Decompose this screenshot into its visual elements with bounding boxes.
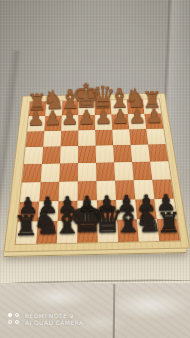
quad-camera-icon [8,313,21,326]
board-square [59,163,78,181]
board-square [96,162,115,180]
white-pawn-piece: ♟ [94,107,112,127]
white-pawn-piece: ♟ [27,108,45,128]
chess-board: ♜♞♝♚♛♝♞♜♟♟♟♟♟♟♟♟♟♟♟♟♟♟♟♟♜♞♝♚♛♝♞♜ [3,93,190,252]
board-square: ♜ [157,219,180,241]
board-square: ♟ [144,113,163,128]
white-pawn-piece: ♟ [128,106,146,126]
camera-watermark: REDMI NOTE 9 AI QUAD CAMERA [8,312,83,326]
board-square: ♟ [27,116,45,131]
camera-dot-icon [15,320,19,324]
board-square [129,129,148,145]
watermark-line1: REDMI NOTE 9 [25,312,83,319]
board-square [43,131,61,147]
white-pawn-piece: ♟ [111,107,129,127]
chess-board-wrap: ♜♞♝♚♛♝♞♜♟♟♟♟♟♟♟♟♟♟♟♟♟♟♟♟♜♞♝♚♛♝♞♜ [12,60,178,263]
camera-dot-icon [15,313,19,317]
board-square: ♟ [44,115,62,130]
board-square [22,164,42,182]
black-rook-piece: ♜ [156,208,182,237]
board-square [148,144,168,161]
white-pawn-piece: ♟ [61,108,79,128]
tile-floor [0,283,190,338]
board-square: ♟ [95,114,112,129]
white-pawn-piece: ♟ [145,106,163,126]
white-pawn-piece: ♟ [78,107,96,127]
board-square [150,161,171,179]
board-square [78,163,97,181]
board-square: ♟ [78,115,95,130]
board-square [24,147,43,164]
white-pawn-piece: ♟ [44,108,62,128]
board-square [42,147,61,164]
watermark-line2: AI QUAD CAMERA [25,319,83,326]
board-square [113,145,132,162]
board-square [26,131,45,147]
board-square [78,146,96,163]
board-grid: ♜♞♝♚♛♝♞♜♟♟♟♟♟♟♟♟♟♟♟♟♟♟♟♟♜♞♝♚♛♝♞♜ [14,98,181,245]
board-square [78,130,95,146]
board-square [114,162,134,180]
camera-dot-icon [8,313,12,317]
camera-dot-icon [8,320,12,324]
board-square [132,162,152,180]
board-square [60,146,78,163]
board-square: ♟ [128,114,146,129]
board-square [95,129,113,145]
board-square [131,145,150,162]
photo-scene: ♜♞♝♚♛♝♞♜♟♟♟♟♟♟♟♟♟♟♟♟♟♟♟♟♜♞♝♚♛♝♞♜ REDMI N… [0,0,190,338]
board-square [61,130,79,146]
board-square: ♟ [111,114,129,129]
board-square [41,164,60,182]
board-square: ♟ [61,115,78,130]
watermark-text: REDMI NOTE 9 AI QUAD CAMERA [25,312,83,326]
board-square [112,129,130,145]
board-square [96,145,114,162]
board-square [146,128,165,144]
